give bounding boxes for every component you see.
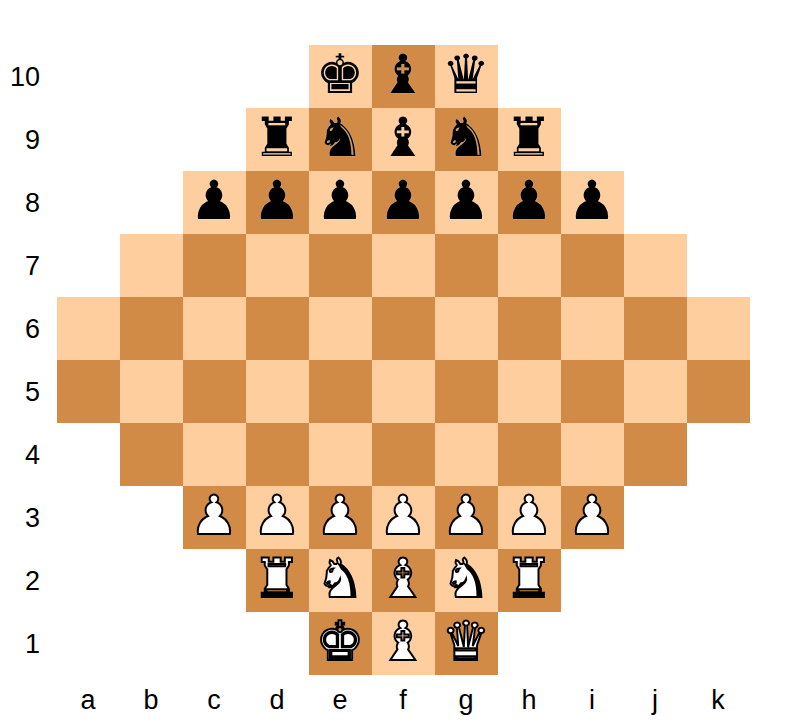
square-g3[interactable]: ♟ bbox=[435, 486, 498, 549]
square-j5[interactable] bbox=[624, 360, 687, 423]
piece-black-bishop: ♝ bbox=[379, 48, 427, 102]
square-f2[interactable]: ♝ bbox=[372, 549, 435, 612]
piece-white-rook: ♜ bbox=[253, 552, 301, 606]
file-label-d: d bbox=[269, 685, 284, 716]
square-c6[interactable] bbox=[183, 297, 246, 360]
piece-white-pawn: ♟ bbox=[505, 489, 553, 543]
rank-label-8: 8 bbox=[0, 187, 44, 218]
piece-black-pawn: ♟ bbox=[568, 174, 616, 228]
rank-label-5: 5 bbox=[0, 376, 44, 407]
square-h5[interactable] bbox=[498, 360, 561, 423]
square-i6[interactable] bbox=[561, 297, 624, 360]
square-h2[interactable]: ♜ bbox=[498, 549, 561, 612]
square-b6[interactable] bbox=[120, 297, 183, 360]
square-f7[interactable] bbox=[372, 234, 435, 297]
square-h8[interactable]: ♟ bbox=[498, 171, 561, 234]
piece-black-king: ♚ bbox=[316, 48, 364, 102]
square-c5[interactable] bbox=[183, 360, 246, 423]
rank-label-1: 1 bbox=[0, 628, 44, 659]
piece-black-pawn: ♟ bbox=[316, 174, 364, 228]
square-e6[interactable] bbox=[309, 297, 372, 360]
piece-black-rook: ♜ bbox=[505, 111, 553, 165]
piece-black-knight: ♞ bbox=[442, 111, 490, 165]
square-g7[interactable] bbox=[435, 234, 498, 297]
square-f10[interactable]: ♝ bbox=[372, 45, 435, 108]
square-k5[interactable] bbox=[687, 360, 750, 423]
square-c4[interactable] bbox=[183, 423, 246, 486]
square-h4[interactable] bbox=[498, 423, 561, 486]
file-label-g: g bbox=[458, 685, 473, 716]
square-b5[interactable] bbox=[120, 360, 183, 423]
square-d7[interactable] bbox=[246, 234, 309, 297]
square-d2[interactable]: ♜ bbox=[246, 549, 309, 612]
square-j6[interactable] bbox=[624, 297, 687, 360]
square-d3[interactable]: ♟ bbox=[246, 486, 309, 549]
square-g6[interactable] bbox=[435, 297, 498, 360]
file-label-f: f bbox=[399, 685, 407, 716]
piece-black-pawn: ♟ bbox=[379, 174, 427, 228]
square-f5[interactable] bbox=[372, 360, 435, 423]
square-j7[interactable] bbox=[624, 234, 687, 297]
square-f6[interactable] bbox=[372, 297, 435, 360]
file-label-j: j bbox=[652, 685, 658, 716]
square-j4[interactable] bbox=[624, 423, 687, 486]
square-c3[interactable]: ♟ bbox=[183, 486, 246, 549]
piece-black-bishop: ♝ bbox=[379, 111, 427, 165]
square-f9[interactable]: ♝ bbox=[372, 108, 435, 171]
square-c7[interactable] bbox=[183, 234, 246, 297]
square-b4[interactable] bbox=[120, 423, 183, 486]
piece-white-bishop: ♝ bbox=[379, 552, 427, 606]
square-g5[interactable] bbox=[435, 360, 498, 423]
file-label-h: h bbox=[521, 685, 536, 716]
square-g10[interactable]: ♛ bbox=[435, 45, 498, 108]
square-b7[interactable] bbox=[120, 234, 183, 297]
piece-white-rook: ♜ bbox=[505, 552, 553, 606]
square-g9[interactable]: ♞ bbox=[435, 108, 498, 171]
square-g8[interactable]: ♟ bbox=[435, 171, 498, 234]
rank-label-2: 2 bbox=[0, 565, 44, 596]
square-k6[interactable] bbox=[687, 297, 750, 360]
piece-white-knight: ♞ bbox=[316, 552, 364, 606]
square-a5[interactable] bbox=[57, 360, 120, 423]
file-label-i: i bbox=[589, 685, 595, 716]
piece-white-pawn: ♟ bbox=[253, 489, 301, 543]
piece-black-pawn: ♟ bbox=[505, 174, 553, 228]
square-d9[interactable]: ♜ bbox=[246, 108, 309, 171]
square-i4[interactable] bbox=[561, 423, 624, 486]
rank-label-10: 10 bbox=[0, 61, 44, 92]
rank-label-3: 3 bbox=[0, 502, 44, 533]
piece-white-pawn: ♟ bbox=[190, 489, 238, 543]
file-label-b: b bbox=[143, 685, 158, 716]
piece-black-pawn: ♟ bbox=[442, 174, 490, 228]
piece-black-pawn: ♟ bbox=[190, 174, 238, 228]
chess-board: ♚♝♛♜♞♝♞♜♟♟♟♟♟♟♟♟♟♟♟♟♟♟♜♞♝♞♜♚♝♛ bbox=[57, 45, 750, 675]
square-f1[interactable]: ♝ bbox=[372, 612, 435, 675]
square-f8[interactable]: ♟ bbox=[372, 171, 435, 234]
square-e2[interactable]: ♞ bbox=[309, 549, 372, 612]
piece-white-pawn: ♟ bbox=[442, 489, 490, 543]
square-d6[interactable] bbox=[246, 297, 309, 360]
piece-white-bishop: ♝ bbox=[379, 615, 427, 669]
square-e8[interactable]: ♟ bbox=[309, 171, 372, 234]
rank-label-7: 7 bbox=[0, 250, 44, 281]
board-stage: ♚♝♛♜♞♝♞♜♟♟♟♟♟♟♟♟♟♟♟♟♟♟♜♞♝♞♜♚♝♛ 109876543… bbox=[0, 0, 807, 720]
square-d8[interactable]: ♟ bbox=[246, 171, 309, 234]
square-a6[interactable] bbox=[57, 297, 120, 360]
file-label-e: e bbox=[332, 685, 347, 716]
piece-white-king: ♚ bbox=[316, 615, 364, 669]
square-e10[interactable]: ♚ bbox=[309, 45, 372, 108]
square-e3[interactable]: ♟ bbox=[309, 486, 372, 549]
square-e9[interactable]: ♞ bbox=[309, 108, 372, 171]
piece-white-pawn: ♟ bbox=[379, 489, 427, 543]
square-c8[interactable]: ♟ bbox=[183, 171, 246, 234]
piece-white-pawn: ♟ bbox=[568, 489, 616, 543]
piece-black-pawn: ♟ bbox=[253, 174, 301, 228]
square-f4[interactable] bbox=[372, 423, 435, 486]
piece-white-knight: ♞ bbox=[442, 552, 490, 606]
piece-white-queen: ♛ bbox=[442, 615, 490, 669]
square-h7[interactable] bbox=[498, 234, 561, 297]
rank-label-6: 6 bbox=[0, 313, 44, 344]
piece-black-queen: ♛ bbox=[442, 48, 490, 102]
square-g1[interactable]: ♛ bbox=[435, 612, 498, 675]
file-label-a: a bbox=[80, 685, 95, 716]
square-i7[interactable] bbox=[561, 234, 624, 297]
piece-white-pawn: ♟ bbox=[316, 489, 364, 543]
square-e5[interactable] bbox=[309, 360, 372, 423]
square-g4[interactable] bbox=[435, 423, 498, 486]
square-g2[interactable]: ♞ bbox=[435, 549, 498, 612]
rank-label-4: 4 bbox=[0, 439, 44, 470]
square-i8[interactable]: ♟ bbox=[561, 171, 624, 234]
square-e7[interactable] bbox=[309, 234, 372, 297]
square-i3[interactable]: ♟ bbox=[561, 486, 624, 549]
square-h3[interactable]: ♟ bbox=[498, 486, 561, 549]
square-d4[interactable] bbox=[246, 423, 309, 486]
square-d5[interactable] bbox=[246, 360, 309, 423]
square-h6[interactable] bbox=[498, 297, 561, 360]
square-h9[interactable]: ♜ bbox=[498, 108, 561, 171]
rank-label-9: 9 bbox=[0, 124, 44, 155]
square-e1[interactable]: ♚ bbox=[309, 612, 372, 675]
square-i5[interactable] bbox=[561, 360, 624, 423]
piece-black-rook: ♜ bbox=[253, 111, 301, 165]
piece-black-knight: ♞ bbox=[316, 111, 364, 165]
file-label-k: k bbox=[711, 685, 725, 716]
square-f3[interactable]: ♟ bbox=[372, 486, 435, 549]
square-e4[interactable] bbox=[309, 423, 372, 486]
file-label-c: c bbox=[207, 685, 221, 716]
